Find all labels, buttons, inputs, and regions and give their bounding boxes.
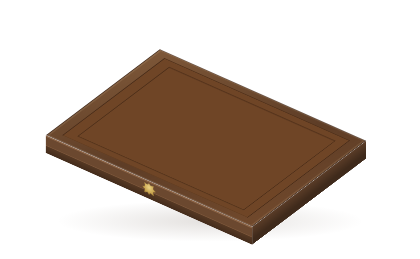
squares-grid xyxy=(78,68,334,210)
photo-background xyxy=(0,0,420,259)
chess-board xyxy=(46,49,366,227)
board-top-face xyxy=(46,49,366,227)
scene xyxy=(0,0,420,259)
brass-latch-icon xyxy=(142,180,155,197)
